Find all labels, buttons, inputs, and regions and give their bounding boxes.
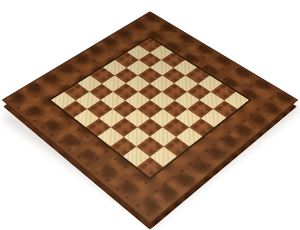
square-r7c2 <box>74 109 99 127</box>
square-r6c7 <box>150 146 177 166</box>
square-r6c6 <box>137 136 164 156</box>
square-r4c4 <box>137 100 162 118</box>
square-r3c7 <box>189 118 215 137</box>
playing-field <box>48 36 252 180</box>
square-r7c4 <box>98 127 124 146</box>
board-frame <box>2 11 299 223</box>
square-r5c3 <box>112 100 137 118</box>
chess-board <box>2 11 299 223</box>
square-r3c5 <box>163 100 188 118</box>
square-r7c7 <box>136 156 163 177</box>
square-r6c4 <box>111 118 137 137</box>
square-r6c5 <box>124 127 150 146</box>
square-r7c3 <box>85 118 111 137</box>
square-r4c7 <box>176 127 202 146</box>
square-r5c4 <box>125 109 150 127</box>
square-r5c7 <box>163 136 190 156</box>
square-r3c6 <box>175 109 200 127</box>
square-r7c6 <box>123 146 150 166</box>
square-r4c5 <box>150 109 175 127</box>
square-r5c6 <box>150 127 176 146</box>
square-r7c1 <box>62 100 87 118</box>
square-r5c5 <box>137 118 163 137</box>
square-r6c3 <box>99 109 124 127</box>
photo-background <box>0 0 300 230</box>
square-r6c2 <box>87 100 112 118</box>
square-r4c6 <box>163 118 189 137</box>
square-r2c6 <box>188 100 213 118</box>
square-r2c7 <box>201 109 226 127</box>
square-r7c5 <box>110 136 137 156</box>
square-r1c7 <box>213 100 238 118</box>
